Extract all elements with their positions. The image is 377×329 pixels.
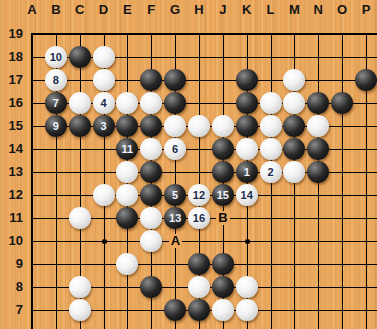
column-label-O: O	[332, 2, 352, 17]
stone-black-G17[interactable]	[164, 69, 186, 91]
stone-white-D16[interactable]: 4	[93, 92, 115, 114]
row-label-9: 9	[0, 256, 23, 271]
row-label-19: 19	[0, 26, 23, 41]
row-label-13: 13	[0, 164, 23, 179]
stone-black-G12[interactable]: 5	[164, 184, 186, 206]
stone-black-F15[interactable]	[140, 115, 162, 137]
column-label-J: J	[213, 2, 233, 17]
column-label-P: P	[356, 2, 376, 17]
go-board-diagram: ABCDEFGHJKLMNOP 19181716151413121110987 …	[0, 0, 377, 329]
stone-white-L14[interactable]	[260, 138, 282, 160]
row-label-11: 11	[0, 210, 23, 225]
row-label-12: 12	[0, 187, 23, 202]
stone-white-E9[interactable]	[116, 253, 138, 275]
stone-white-D18[interactable]	[93, 46, 115, 68]
stone-white-L13[interactable]: 2	[260, 161, 282, 183]
stone-black-B15[interactable]: 9	[45, 115, 67, 137]
stone-white-H8[interactable]	[188, 276, 210, 298]
column-label-H: H	[189, 2, 209, 17]
stone-black-K13[interactable]: 1	[236, 161, 258, 183]
stone-white-H15[interactable]	[188, 115, 210, 137]
row-label-17: 17	[0, 72, 23, 87]
stone-white-F16[interactable]	[140, 92, 162, 114]
stone-black-E11[interactable]	[116, 207, 138, 229]
stone-white-C11[interactable]	[69, 207, 91, 229]
stone-white-G15[interactable]	[164, 115, 186, 137]
stone-black-D15[interactable]: 3	[93, 115, 115, 137]
stone-black-J9[interactable]	[212, 253, 234, 275]
stone-black-E14[interactable]: 11	[116, 138, 138, 160]
stone-black-E15[interactable]	[116, 115, 138, 137]
stone-white-F14[interactable]	[140, 138, 162, 160]
column-label-F: F	[141, 2, 161, 17]
column-label-C: C	[70, 2, 90, 17]
stone-black-N14[interactable]	[307, 138, 329, 160]
stone-white-K12[interactable]: 14	[236, 184, 258, 206]
stone-black-J8[interactable]	[212, 276, 234, 298]
stone-white-C7[interactable]	[69, 299, 91, 321]
stone-white-B17[interactable]: 8	[45, 69, 67, 91]
stone-black-P17[interactable]	[355, 69, 377, 91]
column-label-G: G	[165, 2, 185, 17]
column-label-A: A	[22, 2, 42, 17]
stone-white-J15[interactable]	[212, 115, 234, 137]
stone-black-J12[interactable]: 15	[212, 184, 234, 206]
stone-black-G11[interactable]: 13	[164, 207, 186, 229]
stone-black-H9[interactable]	[188, 253, 210, 275]
column-label-L: L	[261, 2, 281, 17]
stone-black-G16[interactable]	[164, 92, 186, 114]
column-label-K: K	[237, 2, 257, 17]
row-label-15: 15	[0, 118, 23, 133]
stone-white-L15[interactable]	[260, 115, 282, 137]
stone-white-G14[interactable]: 6	[164, 138, 186, 160]
stone-white-B18[interactable]: 10	[45, 46, 67, 68]
stone-white-D12[interactable]	[93, 184, 115, 206]
column-label-B: B	[46, 2, 66, 17]
star-point-K10	[245, 239, 250, 244]
stone-black-K15[interactable]	[236, 115, 258, 137]
stone-black-K16[interactable]	[236, 92, 258, 114]
stone-white-K8[interactable]	[236, 276, 258, 298]
stone-black-J14[interactable]	[212, 138, 234, 160]
stone-white-E12[interactable]	[116, 184, 138, 206]
grid-vline-A	[31, 33, 33, 329]
row-label-10: 10	[0, 233, 23, 248]
stone-white-D17[interactable]	[93, 69, 115, 91]
row-label-7: 7	[0, 302, 23, 317]
stone-white-C8[interactable]	[69, 276, 91, 298]
stone-black-F17[interactable]	[140, 69, 162, 91]
stone-black-N13[interactable]	[307, 161, 329, 183]
stone-black-M15[interactable]	[283, 115, 305, 137]
column-label-N: N	[308, 2, 328, 17]
stone-black-O16[interactable]	[331, 92, 353, 114]
grid-hline-17	[31, 80, 377, 81]
stone-black-G7[interactable]	[164, 299, 186, 321]
star-point-D10	[102, 239, 107, 244]
row-label-18: 18	[0, 49, 23, 64]
stone-white-F11[interactable]	[140, 207, 162, 229]
stone-white-E16[interactable]	[116, 92, 138, 114]
column-label-D: D	[94, 2, 114, 17]
stone-white-E13[interactable]	[116, 161, 138, 183]
stone-white-N15[interactable]	[307, 115, 329, 137]
stone-white-L16[interactable]	[260, 92, 282, 114]
stone-black-F13[interactable]	[140, 161, 162, 183]
row-label-14: 14	[0, 141, 23, 156]
stone-black-K17[interactable]	[236, 69, 258, 91]
stone-white-M13[interactable]	[283, 161, 305, 183]
stone-white-H12[interactable]: 12	[188, 184, 210, 206]
stone-white-M17[interactable]	[283, 69, 305, 91]
stone-black-M14[interactable]	[283, 138, 305, 160]
stone-white-J7[interactable]	[212, 299, 234, 321]
stone-white-C16[interactable]	[69, 92, 91, 114]
stone-black-J13[interactable]	[212, 161, 234, 183]
stone-black-C18[interactable]	[69, 46, 91, 68]
stone-white-K14[interactable]	[236, 138, 258, 160]
stone-white-M16[interactable]	[283, 92, 305, 114]
stone-black-N16[interactable]	[307, 92, 329, 114]
annotation-A: A	[169, 234, 182, 248]
stone-white-F10[interactable]	[140, 230, 162, 252]
annotation-B: B	[216, 211, 229, 225]
stone-white-K7[interactable]	[236, 299, 258, 321]
stone-white-H11[interactable]: 16	[188, 207, 210, 229]
stone-black-H7[interactable]	[188, 299, 210, 321]
grid-vline-O	[342, 33, 343, 329]
row-label-16: 16	[0, 95, 23, 110]
grid-hline-19	[31, 33, 377, 35]
grid-hline-10	[31, 241, 377, 242]
row-label-8: 8	[0, 279, 23, 294]
column-label-M: M	[284, 2, 304, 17]
stone-black-C15[interactable]	[69, 115, 91, 137]
stone-black-F8[interactable]	[140, 276, 162, 298]
stone-black-F12[interactable]	[140, 184, 162, 206]
stone-black-B16[interactable]: 7	[45, 92, 67, 114]
column-label-E: E	[117, 2, 137, 17]
